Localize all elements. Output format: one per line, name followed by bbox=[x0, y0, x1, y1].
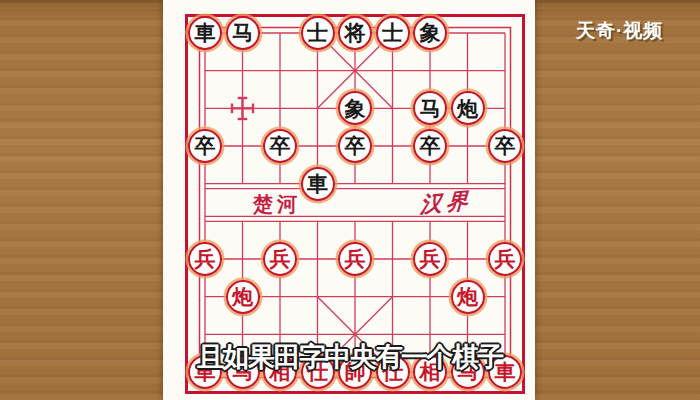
piece-black-chariot: 車 bbox=[188, 16, 222, 50]
piece-glyph: 象 bbox=[345, 98, 366, 119]
piece-black-horse: 马 bbox=[413, 91, 447, 125]
piece-glyph: 卒 bbox=[270, 135, 291, 156]
piece-glyph: 兵 bbox=[270, 248, 291, 269]
piece-glyph: 卒 bbox=[495, 135, 516, 156]
piece-black-soldier: 卒 bbox=[188, 129, 222, 163]
piece-red-soldier: 兵 bbox=[488, 242, 522, 276]
piece-red-cannon: 炮 bbox=[451, 280, 485, 314]
piece-black-advisor: 士 bbox=[376, 16, 410, 50]
piece-glyph: 兵 bbox=[195, 248, 216, 269]
piece-black-advisor: 士 bbox=[301, 16, 335, 50]
piece-glyph: 卒 bbox=[345, 135, 366, 156]
river-label-chuhe: 楚河 bbox=[253, 191, 301, 218]
video-frame: 車马士将士象象马炮卒卒卒卒卒車兵兵兵兵兵炮炮車马相仕帥仕相马車 楚河 汉界 天奇… bbox=[0, 0, 700, 400]
piece-red-soldier: 兵 bbox=[263, 242, 297, 276]
piece-black-soldier: 卒 bbox=[263, 129, 297, 163]
piece-glyph: 象 bbox=[420, 22, 441, 43]
piece-black-horse: 马 bbox=[226, 16, 260, 50]
piece-glyph: 車 bbox=[195, 22, 216, 43]
piece-glyph: 卒 bbox=[195, 135, 216, 156]
subtitle-text: 且如果田字中央有一个棋子 bbox=[0, 339, 700, 375]
piece-glyph: 兵 bbox=[495, 248, 516, 269]
watermark: 天奇·视频 bbox=[576, 18, 663, 44]
piece-glyph: 車 bbox=[307, 173, 328, 194]
piece-red-soldier: 兵 bbox=[413, 242, 447, 276]
piece-black-chariot: 車 bbox=[301, 167, 335, 201]
piece-black-elephant: 象 bbox=[413, 16, 447, 50]
piece-red-soldier: 兵 bbox=[188, 242, 222, 276]
piece-black-general: 将 bbox=[338, 16, 372, 50]
piece-glyph: 兵 bbox=[345, 248, 366, 269]
piece-glyph: 卒 bbox=[420, 135, 441, 156]
piece-black-elephant: 象 bbox=[338, 91, 372, 125]
piece-red-soldier: 兵 bbox=[338, 242, 372, 276]
board: 車马士将士象象马炮卒卒卒卒卒車兵兵兵兵兵炮炮車马相仕帥仕相马車 bbox=[186, 14, 524, 391]
piece-glyph: 士 bbox=[382, 22, 403, 43]
piece-black-cannon: 炮 bbox=[451, 91, 485, 125]
piece-glyph: 士 bbox=[307, 22, 328, 43]
piece-glyph: 马 bbox=[420, 98, 441, 119]
piece-glyph: 马 bbox=[232, 22, 253, 43]
piece-black-soldier: 卒 bbox=[338, 129, 372, 163]
river-label-hanjie: 汉界 bbox=[419, 186, 472, 221]
piece-black-soldier: 卒 bbox=[413, 129, 447, 163]
piece-glyph: 兵 bbox=[420, 248, 441, 269]
piece-glyph: 炮 bbox=[457, 98, 478, 119]
piece-red-cannon: 炮 bbox=[226, 280, 260, 314]
piece-glyph: 将 bbox=[345, 22, 366, 43]
piece-glyph: 炮 bbox=[457, 286, 478, 307]
piece-black-soldier: 卒 bbox=[488, 129, 522, 163]
piece-glyph: 炮 bbox=[232, 286, 253, 307]
